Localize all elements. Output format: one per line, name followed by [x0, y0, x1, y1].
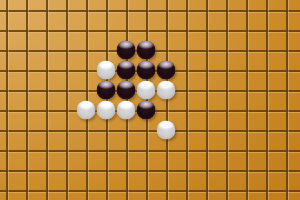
black-stone: [137, 41, 156, 60]
white-stone: [157, 121, 176, 140]
black-stone: [117, 81, 136, 100]
white-stone: [157, 81, 176, 100]
white-stone: [77, 101, 96, 120]
white-stone: [97, 61, 116, 80]
black-stone: [157, 61, 176, 80]
white-stone: [117, 101, 136, 120]
white-stone: [137, 81, 156, 100]
white-stone: [97, 101, 116, 120]
black-stone: [137, 61, 156, 80]
black-stone: [137, 101, 156, 120]
black-stone: [117, 41, 136, 60]
gomoku-board[interactable]: [0, 0, 300, 200]
black-stone: [97, 81, 116, 100]
black-stone: [117, 61, 136, 80]
